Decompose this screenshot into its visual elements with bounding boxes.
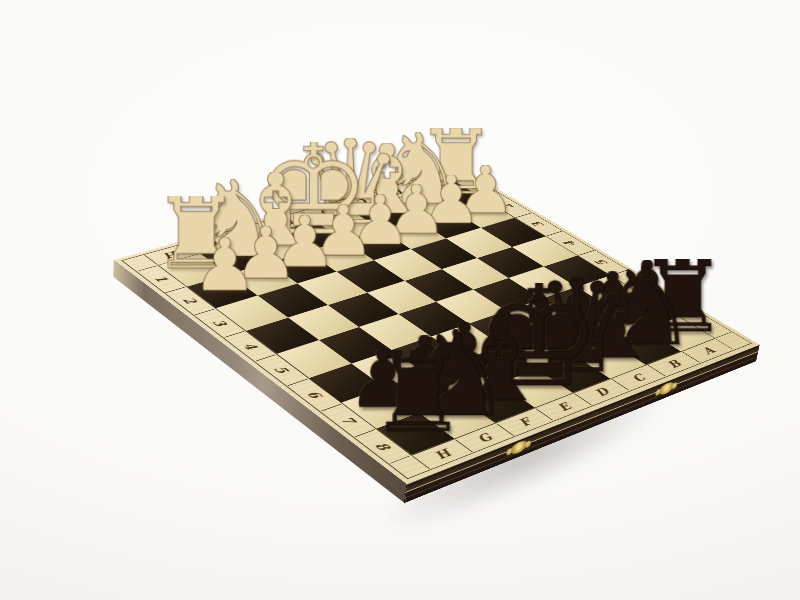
squares-grid: ♜♞♝♚♛♝♞♜♟♟♟♟♟♟♟♟♟♟♟♟♟♟♟♟♜♞♝♚♛♝♞♜ [158,182,716,456]
white-pawn-h2[interactable]: ♟ [139,237,311,293]
black-rook-h8[interactable]: ♜ [323,350,513,435]
product-photo-scene: HGFEDCBA HGFEDCBA 12345678 12345678 ♜♞♝♚… [0,0,800,600]
chess-board: HGFEDCBA HGFEDCBA 12345678 12345678 ♜♞♝♚… [114,165,759,484]
brass-clasp-right [658,380,674,396]
brass-clasp-left [510,439,528,457]
